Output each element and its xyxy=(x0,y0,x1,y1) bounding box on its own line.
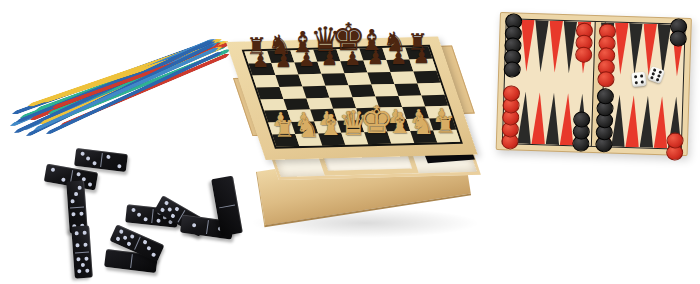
domino-pip xyxy=(106,155,110,159)
domino-pip xyxy=(92,161,96,165)
domino-pip xyxy=(76,257,80,261)
domino-pip xyxy=(80,151,84,155)
domino-pip xyxy=(126,241,131,246)
domino-pip xyxy=(61,177,66,182)
domino-pip xyxy=(142,239,147,244)
domino-pip xyxy=(51,168,56,173)
domino-pip xyxy=(87,182,92,187)
domino-pip xyxy=(122,235,127,240)
domino-pip xyxy=(129,234,134,239)
domino-pip xyxy=(157,218,161,222)
domino-pip xyxy=(76,172,81,177)
domino-pip xyxy=(81,263,85,267)
scene: ♜♞♝♛♚♝♞♜♟♟♟♟♟♟♟♟♟♟♟♟♟♟♟♟♜♞♝♛♚♝♞♜ xyxy=(0,0,700,284)
domino-pip xyxy=(131,208,135,212)
domino-half xyxy=(66,180,86,207)
domino-half xyxy=(180,214,208,235)
domino-pip xyxy=(143,217,147,221)
domino-pip xyxy=(151,252,156,257)
domino-pip xyxy=(167,207,172,212)
domino-pip xyxy=(192,223,197,228)
domino-pip xyxy=(119,229,124,234)
domino-half xyxy=(216,204,243,236)
domino-pip xyxy=(79,212,83,216)
domino-pip xyxy=(77,185,81,189)
domino-half xyxy=(104,249,132,270)
domino-pip xyxy=(164,200,169,205)
domino-pip xyxy=(75,243,79,247)
domino-half xyxy=(100,151,128,172)
domino-pip xyxy=(116,236,121,241)
domino-pip xyxy=(77,269,81,273)
domino-3-2[interactable] xyxy=(74,148,128,172)
domino-pip xyxy=(75,231,79,235)
domino-pip xyxy=(86,156,90,160)
domino-half xyxy=(211,176,238,208)
domino-half xyxy=(73,251,93,278)
domino-4-5[interactable] xyxy=(71,225,93,278)
domino-pip xyxy=(85,268,89,272)
dominoes-group xyxy=(0,0,700,284)
domino-pip xyxy=(137,212,141,216)
domino-pip xyxy=(170,213,175,218)
domino-half xyxy=(125,204,153,225)
domino-half xyxy=(74,148,102,169)
domino-pip xyxy=(83,231,87,235)
domino-pip xyxy=(160,207,165,212)
domino-pip xyxy=(74,192,78,196)
domino-pip xyxy=(83,242,87,246)
domino-pip xyxy=(117,164,121,168)
domino-pip xyxy=(174,206,179,211)
domino-pip xyxy=(70,199,74,203)
domino-pip xyxy=(84,257,88,261)
domino-pip xyxy=(146,246,151,251)
domino-pip xyxy=(71,212,75,216)
domino-half xyxy=(71,225,91,252)
